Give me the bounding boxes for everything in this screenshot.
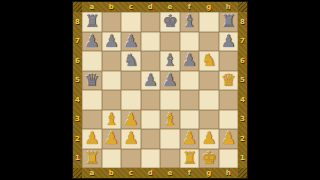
square-g6[interactable]: ♞	[199, 51, 219, 71]
coord-label-rank-5-right: 5	[238, 71, 247, 91]
piece-black-rook[interactable]: ♜	[84, 13, 99, 30]
square-f3[interactable]	[180, 110, 200, 130]
square-f5[interactable]	[180, 71, 200, 91]
square-b5[interactable]	[102, 71, 122, 91]
square-d5[interactable]: ♟	[141, 71, 161, 91]
coord-label-file-f-bottom: f	[180, 168, 200, 178]
square-h6[interactable]	[219, 51, 239, 71]
coord-label-file-e-bottom: e	[160, 168, 180, 178]
square-d2[interactable]	[141, 129, 161, 149]
coord-label-rank-2-right: 2	[238, 129, 247, 149]
square-g8[interactable]	[199, 12, 219, 32]
square-a6[interactable]	[82, 51, 102, 71]
board-frame-corner-top-right	[238, 2, 247, 12]
coord-label-rank-7-right: 7	[238, 32, 247, 52]
square-c3[interactable]: ♟	[121, 110, 141, 130]
piece-white-bishop[interactable]: ♝	[162, 110, 177, 127]
coord-label-rank-6-right: 6	[238, 51, 247, 71]
square-g4[interactable]	[199, 90, 219, 110]
square-h1[interactable]	[219, 149, 239, 169]
square-f7[interactable]	[180, 32, 200, 52]
coord-label-file-g-top: g	[199, 2, 219, 12]
coord-label-rank-8-left: 8	[73, 12, 82, 32]
piece-white-king[interactable]: ♚	[201, 149, 216, 166]
piece-black-bishop[interactable]: ♝	[162, 52, 177, 69]
coord-label-rank-6-left: 6	[73, 51, 82, 71]
square-f1[interactable]: ♜	[180, 149, 200, 169]
square-e7[interactable]	[160, 32, 180, 52]
coord-label-rank-1-left: 1	[73, 149, 82, 169]
square-e8[interactable]: ♚	[160, 12, 180, 32]
coord-label-file-c-top: c	[121, 2, 141, 12]
square-b7[interactable]: ♟	[102, 32, 122, 52]
square-e4[interactable]	[160, 90, 180, 110]
coord-label-rank-8-right: 8	[238, 12, 247, 32]
coord-label-rank-7-left: 7	[73, 32, 82, 52]
piece-white-bishop[interactable]: ♝	[104, 110, 119, 127]
coord-label-rank-1-right: 1	[238, 149, 247, 169]
square-f8[interactable]: ♝	[180, 12, 200, 32]
square-a7[interactable]: ♟	[82, 32, 102, 52]
piece-white-pawn[interactable]: ♟	[123, 110, 138, 127]
coord-label-rank-4-left: 4	[73, 90, 82, 110]
piece-white-pawn[interactable]: ♟	[182, 130, 197, 147]
square-b8[interactable]	[102, 12, 122, 32]
piece-white-pawn[interactable]: ♟	[123, 130, 138, 147]
piece-black-pawn[interactable]: ♟	[221, 32, 236, 49]
square-h7[interactable]: ♟	[219, 32, 239, 52]
square-g2[interactable]: ♟	[199, 129, 219, 149]
square-d4[interactable]	[141, 90, 161, 110]
square-g5[interactable]	[199, 71, 219, 91]
square-e2[interactable]	[160, 129, 180, 149]
square-c2[interactable]: ♟	[121, 129, 141, 149]
coord-label-rank-5-left: 5	[73, 71, 82, 91]
square-b2[interactable]: ♟	[102, 129, 122, 149]
square-h4[interactable]	[219, 90, 239, 110]
square-a8[interactable]: ♜	[82, 12, 102, 32]
piece-black-knight[interactable]: ♞	[123, 52, 138, 69]
square-h8[interactable]: ♜	[219, 12, 239, 32]
square-c5[interactable]	[121, 71, 141, 91]
square-g3[interactable]	[199, 110, 219, 130]
square-g7[interactable]	[199, 32, 219, 52]
piece-black-rook[interactable]: ♜	[221, 13, 236, 30]
square-a1[interactable]: ♜	[82, 149, 102, 169]
piece-black-pawn[interactable]: ♟	[143, 71, 158, 88]
square-g1[interactable]: ♚	[199, 149, 219, 169]
square-d8[interactable]	[141, 12, 161, 32]
piece-black-bishop[interactable]: ♝	[182, 13, 197, 30]
square-c8[interactable]	[121, 12, 141, 32]
square-e5[interactable]: ♟	[160, 71, 180, 91]
coord-label-file-a-bottom: a	[82, 168, 102, 178]
coord-label-rank-3-left: 3	[73, 110, 82, 130]
piece-black-pawn[interactable]: ♟	[123, 32, 138, 49]
board-frame-corner-bottom-right	[238, 168, 247, 178]
piece-white-rook[interactable]: ♜	[84, 149, 99, 166]
square-f6[interactable]: ♟	[180, 51, 200, 71]
square-b3[interactable]: ♝	[102, 110, 122, 130]
piece-black-pawn[interactable]: ♟	[182, 52, 197, 69]
square-e6[interactable]: ♝	[160, 51, 180, 71]
board-frame-corner-top-left	[73, 2, 82, 12]
square-h2[interactable]: ♟	[219, 129, 239, 149]
coord-label-file-h-bottom: h	[219, 168, 239, 178]
piece-black-pawn[interactable]: ♟	[104, 32, 119, 49]
coord-label-file-b-top: b	[102, 2, 122, 12]
coord-label-file-c-bottom: c	[121, 168, 141, 178]
square-b4[interactable]	[102, 90, 122, 110]
square-e3[interactable]: ♝	[160, 110, 180, 130]
piece-white-knight[interactable]: ♞	[201, 52, 216, 69]
coord-label-file-b-bottom: b	[102, 168, 122, 178]
square-c7[interactable]: ♟	[121, 32, 141, 52]
coord-label-file-g-bottom: g	[199, 168, 219, 178]
piece-white-pawn[interactable]: ♟	[84, 130, 99, 147]
square-a5[interactable]: ♛	[82, 71, 102, 91]
square-e1[interactable]	[160, 149, 180, 169]
square-c4[interactable]	[121, 90, 141, 110]
square-a3[interactable]	[82, 110, 102, 130]
coord-label-file-d-bottom: d	[141, 168, 161, 178]
coord-label-rank-3-right: 3	[238, 110, 247, 130]
board-frame-corner-bottom-left	[73, 168, 82, 178]
piece-black-king[interactable]: ♚	[162, 13, 177, 30]
square-d6[interactable]	[141, 51, 161, 71]
square-a4[interactable]	[82, 90, 102, 110]
square-f2[interactable]: ♟	[180, 129, 200, 149]
chess-board: abcdefgh8♜♚♝♜87♟♟♟♟76♞♝♟♞65♛♟♟♛5443♝♟♝32…	[73, 2, 247, 178]
coord-label-file-d-top: d	[141, 2, 161, 12]
square-a2[interactable]: ♟	[82, 129, 102, 149]
square-c6[interactable]: ♞	[121, 51, 141, 71]
square-h3[interactable]	[219, 110, 239, 130]
piece-white-rook[interactable]: ♜	[182, 149, 197, 166]
square-b6[interactable]	[102, 51, 122, 71]
square-d1[interactable]	[141, 149, 161, 169]
square-d3[interactable]	[141, 110, 161, 130]
piece-black-pawn[interactable]: ♟	[84, 32, 99, 49]
piece-white-pawn[interactable]: ♟	[201, 130, 216, 147]
coord-label-rank-4-right: 4	[238, 90, 247, 110]
square-c1[interactable]	[121, 149, 141, 169]
square-f4[interactable]	[180, 90, 200, 110]
piece-black-queen[interactable]: ♛	[84, 71, 99, 88]
square-h5[interactable]: ♛	[219, 71, 239, 91]
square-b1[interactable]	[102, 149, 122, 169]
piece-white-queen[interactable]: ♛	[221, 71, 236, 88]
piece-white-pawn[interactable]: ♟	[221, 130, 236, 147]
coord-label-rank-2-left: 2	[73, 129, 82, 149]
piece-white-pawn[interactable]: ♟	[104, 130, 119, 147]
piece-black-pawn[interactable]: ♟	[162, 71, 177, 88]
square-d7[interactable]	[141, 32, 161, 52]
